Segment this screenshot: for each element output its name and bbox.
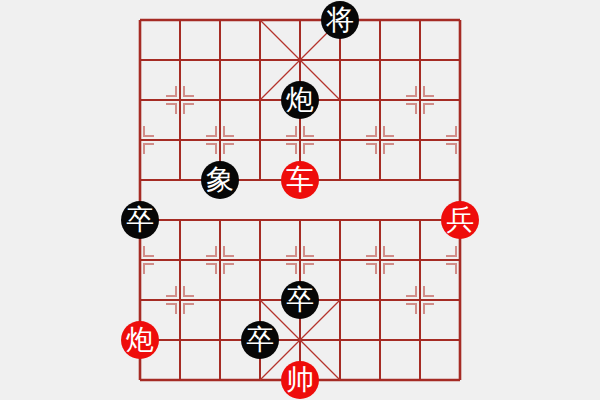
xiangqi-app: 将炮象车卒兵卒卒炮帅 bbox=[0, 0, 600, 400]
black-soldier[interactable]: 卒 bbox=[281, 281, 319, 319]
red-general[interactable]: 帅 bbox=[281, 361, 319, 399]
red-chariot[interactable]: 车 bbox=[281, 161, 319, 199]
black-soldier[interactable]: 卒 bbox=[241, 321, 279, 359]
black-cannon[interactable]: 炮 bbox=[281, 81, 319, 119]
black-soldier[interactable]: 卒 bbox=[121, 201, 159, 239]
black-elephant[interactable]: 象 bbox=[201, 161, 239, 199]
red-soldier[interactable]: 兵 bbox=[441, 201, 479, 239]
piece-layer: 将炮象车卒兵卒卒炮帅 bbox=[120, 0, 480, 400]
red-cannon[interactable]: 炮 bbox=[121, 321, 159, 359]
black-general[interactable]: 将 bbox=[321, 1, 359, 39]
